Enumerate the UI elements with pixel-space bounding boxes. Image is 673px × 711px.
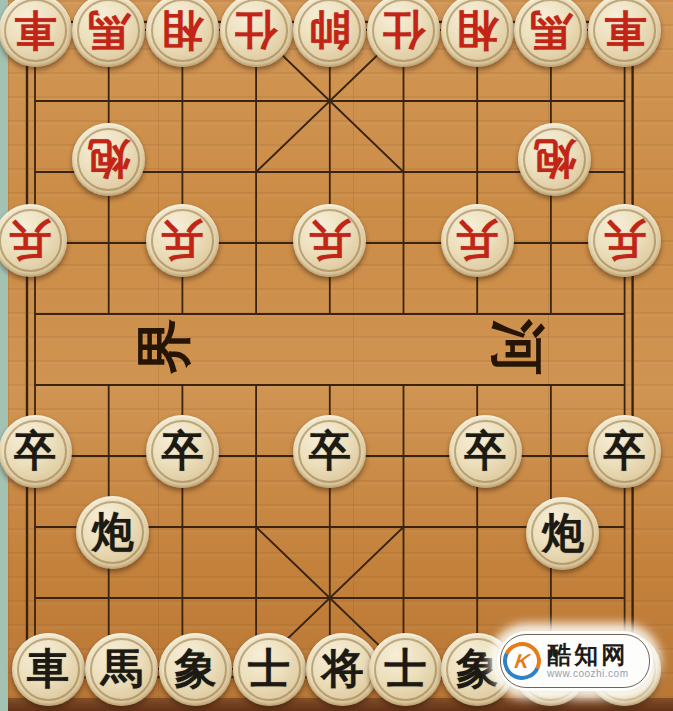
piece-glyph: 相 — [161, 9, 203, 51]
piece-glyph: 車 — [604, 9, 646, 51]
piece-glyph: 車 — [14, 9, 56, 51]
piece-glyph: 卒 — [161, 430, 203, 472]
piece-glyph: 馬 — [88, 9, 130, 51]
piece-red-soldier[interactable]: 兵 — [146, 204, 219, 277]
piece-glyph: 卒 — [604, 430, 646, 472]
piece-glyph: 象 — [456, 648, 498, 690]
board-grid-lines — [0, 0, 673, 711]
piece-black-soldier[interactable]: 卒 — [0, 415, 72, 488]
piece-glyph: 兵 — [309, 219, 351, 261]
piece-glyph: 兵 — [604, 219, 646, 261]
watermark-site-url: www.coozhi.com — [547, 669, 628, 679]
piece-glyph: 兵 — [456, 219, 498, 261]
piece-glyph: 卒 — [309, 430, 351, 472]
piece-glyph: 士 — [248, 648, 290, 690]
coozhi-watermark[interactable]: K 酷知网 www.coozhi.com — [497, 631, 653, 691]
piece-black-soldier[interactable]: 卒 — [588, 415, 661, 488]
piece-red-cannon[interactable]: 炮 — [518, 123, 591, 196]
piece-black-cannon[interactable]: 炮 — [526, 497, 599, 570]
piece-glyph: 兵 — [9, 219, 51, 261]
piece-black-horse[interactable]: 馬 — [85, 633, 158, 706]
piece-red-advisor[interactable]: 仕 — [220, 0, 293, 67]
piece-red-soldier[interactable]: 兵 — [441, 204, 514, 277]
piece-black-chariot[interactable]: 車 — [12, 633, 85, 706]
piece-red-chariot[interactable]: 車 — [0, 0, 72, 67]
piece-glyph: 炮 — [534, 138, 576, 180]
piece-red-advisor[interactable]: 仕 — [367, 0, 440, 67]
piece-glyph: 馬 — [101, 648, 143, 690]
piece-glyph: 車 — [27, 648, 69, 690]
coozhi-logo-icon: K — [498, 637, 547, 686]
piece-glyph: 将 — [322, 648, 364, 690]
piece-glyph: 炮 — [88, 138, 130, 180]
piece-black-soldier[interactable]: 卒 — [146, 415, 219, 488]
piece-black-advisor[interactable]: 士 — [233, 633, 306, 706]
piece-red-cannon[interactable]: 炮 — [72, 123, 145, 196]
piece-glyph: 士 — [385, 648, 427, 690]
coozhi-logo-letter: K — [513, 651, 530, 671]
piece-glyph: 馬 — [530, 9, 572, 51]
piece-glyph: 炮 — [92, 511, 134, 553]
piece-glyph: 象 — [174, 648, 216, 690]
piece-red-elephant[interactable]: 相 — [441, 0, 514, 67]
piece-glyph: 相 — [456, 9, 498, 51]
piece-glyph: 仕 — [235, 9, 277, 51]
piece-glyph: 兵 — [161, 219, 203, 261]
watermark-site-name: 酷知网 — [547, 643, 628, 667]
piece-red-soldier[interactable]: 兵 — [588, 204, 661, 277]
piece-red-elephant[interactable]: 相 — [146, 0, 219, 67]
piece-glyph: 卒 — [14, 430, 56, 472]
piece-black-soldier[interactable]: 卒 — [293, 415, 366, 488]
xiangqi-photo: 界 河 車馬相仕帥仕相馬車炮炮兵兵兵兵兵卒卒卒卒卒炮炮車馬象士将士象馬車 K 酷… — [0, 0, 673, 711]
piece-glyph: 帥 — [309, 9, 351, 51]
piece-black-advisor[interactable]: 士 — [369, 633, 442, 706]
piece-red-soldier[interactable]: 兵 — [293, 204, 366, 277]
piece-black-elephant[interactable]: 象 — [159, 633, 232, 706]
piece-red-soldier[interactable]: 兵 — [0, 204, 67, 277]
piece-black-cannon[interactable]: 炮 — [76, 496, 149, 569]
piece-black-soldier[interactable]: 卒 — [449, 415, 522, 488]
piece-glyph: 仕 — [383, 9, 425, 51]
piece-glyph: 炮 — [542, 512, 584, 554]
watermark-text-block: 酷知网 www.coozhi.com — [547, 643, 628, 679]
piece-glyph: 卒 — [464, 430, 506, 472]
